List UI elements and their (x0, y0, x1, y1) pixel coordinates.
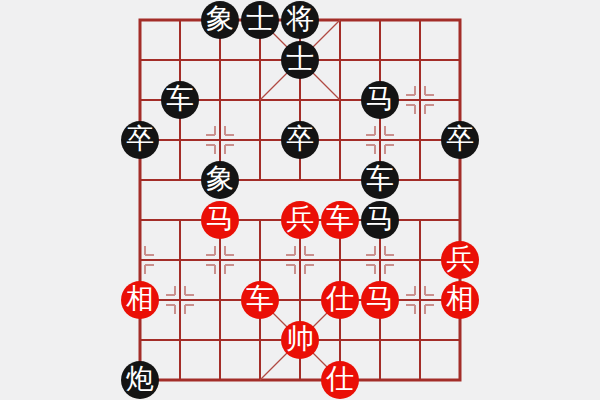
black-advisor-glyph: 士 (246, 5, 274, 33)
black-horse[interactable]: 马 (361, 81, 399, 119)
red-advisor-glyph: 仕 (326, 365, 354, 393)
red-elephant[interactable]: 相 (121, 281, 159, 319)
red-advisor[interactable]: 仕 (321, 281, 359, 319)
red-elephant-glyph: 相 (446, 285, 474, 313)
black-advisor[interactable]: 士 (241, 1, 279, 39)
red-elephant-glyph: 相 (126, 285, 154, 313)
black-general[interactable]: 将 (281, 1, 319, 39)
red-elephant[interactable]: 相 (441, 281, 479, 319)
black-advisor-glyph: 士 (286, 45, 314, 73)
black-pawn-glyph: 卒 (446, 125, 474, 153)
red-chariot[interactable]: 车 (241, 281, 279, 319)
red-pawn-glyph: 兵 (446, 245, 474, 273)
red-chariot-glyph: 车 (246, 285, 274, 313)
black-chariot[interactable]: 车 (161, 81, 199, 119)
black-pawn-glyph: 卒 (286, 125, 314, 153)
black-advisor[interactable]: 士 (281, 41, 319, 79)
red-general[interactable]: 帅 (281, 321, 319, 359)
black-general-glyph: 将 (286, 5, 314, 33)
black-horse[interactable]: 马 (361, 201, 399, 239)
red-pawn-glyph: 兵 (286, 205, 314, 233)
red-pawn[interactable]: 兵 (281, 201, 319, 239)
black-cannon[interactable]: 炮 (121, 361, 159, 399)
black-pawn[interactable]: 卒 (441, 121, 479, 159)
red-chariot[interactable]: 车 (321, 201, 359, 239)
black-horse-glyph: 马 (366, 205, 394, 233)
red-general-glyph: 帅 (286, 325, 314, 353)
red-horse-glyph: 马 (366, 285, 394, 313)
black-pawn[interactable]: 卒 (281, 121, 319, 159)
black-pawn[interactable]: 卒 (121, 121, 159, 159)
black-pawn-glyph: 卒 (126, 125, 154, 153)
red-horse[interactable]: 马 (361, 281, 399, 319)
red-horse[interactable]: 马 (201, 201, 239, 239)
red-chariot-glyph: 车 (326, 205, 354, 233)
red-advisor-glyph: 仕 (326, 285, 354, 313)
red-horse-glyph: 马 (206, 205, 234, 233)
black-cannon-glyph: 炮 (126, 365, 154, 393)
black-horse-glyph: 马 (366, 85, 394, 113)
black-chariot-glyph: 车 (166, 85, 194, 113)
black-chariot-glyph: 车 (366, 165, 394, 193)
red-advisor[interactable]: 仕 (321, 361, 359, 399)
black-chariot[interactable]: 车 (361, 161, 399, 199)
xiangqi-board: 象士将士车马卒卒卒象车马兵车马兵相车仕马相帅炮仕 (0, 0, 600, 400)
black-elephant[interactable]: 象 (201, 1, 239, 39)
red-pawn[interactable]: 兵 (441, 241, 479, 279)
black-elephant-glyph: 象 (206, 5, 234, 33)
black-elephant[interactable]: 象 (201, 161, 239, 199)
black-elephant-glyph: 象 (206, 165, 234, 193)
